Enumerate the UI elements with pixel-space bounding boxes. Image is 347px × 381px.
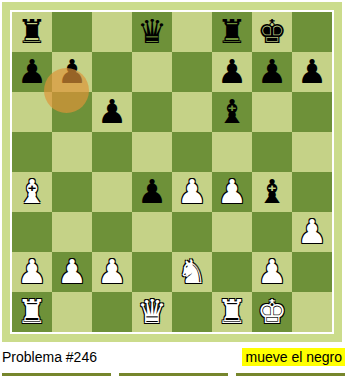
bottom-dividers: [0, 373, 347, 376]
square-h4[interactable]: [292, 172, 332, 212]
piece-white-rook[interactable]: ♜: [12, 292, 52, 332]
square-c8[interactable]: [92, 12, 132, 52]
piece-white-pawn[interactable]: ♟: [52, 252, 92, 292]
square-e3[interactable]: [172, 212, 212, 252]
chess-puzzle-page: ♜♛♜♚♟♟♟♟♟♟♝♝♟♟♟♝♟♟♟♟♞♟♜♛♜♚ Problema #246…: [0, 0, 347, 381]
piece-black-bishop[interactable]: ♝: [252, 172, 292, 212]
square-e6[interactable]: [172, 92, 212, 132]
square-h2[interactable]: [292, 252, 332, 292]
square-f8[interactable]: ♜: [212, 12, 252, 52]
square-b2[interactable]: ♟: [52, 252, 92, 292]
square-d2[interactable]: [132, 252, 172, 292]
piece-white-bishop[interactable]: ♝: [12, 172, 52, 212]
square-g8[interactable]: ♚: [252, 12, 292, 52]
square-a3[interactable]: [12, 212, 52, 252]
piece-white-pawn[interactable]: ♟: [92, 252, 132, 292]
square-e7[interactable]: [172, 52, 212, 92]
chess-board[interactable]: ♜♛♜♚♟♟♟♟♟♟♝♝♟♟♟♝♟♟♟♟♞♟♜♛♜♚: [10, 10, 334, 334]
square-c1[interactable]: [92, 292, 132, 332]
square-b6[interactable]: [52, 92, 92, 132]
square-e4[interactable]: ♟: [172, 172, 212, 212]
square-e5[interactable]: [172, 132, 212, 172]
piece-white-pawn[interactable]: ♟: [252, 252, 292, 292]
piece-black-pawn[interactable]: ♟: [252, 52, 292, 92]
divider-bar-3: [236, 373, 345, 376]
piece-black-pawn[interactable]: ♟: [12, 52, 52, 92]
square-h5[interactable]: [292, 132, 332, 172]
piece-black-pawn[interactable]: ♟: [92, 92, 132, 132]
board-frame: ♜♛♜♚♟♟♟♟♟♟♝♝♟♟♟♝♟♟♟♟♞♟♜♛♜♚: [2, 2, 342, 342]
piece-black-queen[interactable]: ♛: [132, 12, 172, 52]
square-c2[interactable]: ♟: [92, 252, 132, 292]
square-f7[interactable]: ♟: [212, 52, 252, 92]
square-g5[interactable]: [252, 132, 292, 172]
piece-white-pawn[interactable]: ♟: [212, 172, 252, 212]
piece-white-queen[interactable]: ♛: [132, 292, 172, 332]
square-f3[interactable]: [212, 212, 252, 252]
square-g4[interactable]: ♝: [252, 172, 292, 212]
square-f1[interactable]: ♜: [212, 292, 252, 332]
piece-black-pawn[interactable]: ♟: [132, 172, 172, 212]
square-f2[interactable]: [212, 252, 252, 292]
square-g2[interactable]: ♟: [252, 252, 292, 292]
square-h7[interactable]: ♟: [292, 52, 332, 92]
square-c6[interactable]: ♟: [92, 92, 132, 132]
square-h8[interactable]: [292, 12, 332, 52]
square-b8[interactable]: [52, 12, 92, 52]
square-d8[interactable]: ♛: [132, 12, 172, 52]
divider-bar-1: [2, 373, 111, 376]
square-b1[interactable]: [52, 292, 92, 332]
piece-white-pawn[interactable]: ♟: [292, 212, 332, 252]
piece-white-knight[interactable]: ♞: [172, 252, 212, 292]
square-f4[interactable]: ♟: [212, 172, 252, 212]
piece-white-pawn[interactable]: ♟: [172, 172, 212, 212]
piece-white-king[interactable]: ♚: [252, 292, 292, 332]
square-g7[interactable]: ♟: [252, 52, 292, 92]
piece-black-pawn[interactable]: ♟: [52, 52, 92, 92]
piece-black-pawn[interactable]: ♟: [212, 52, 252, 92]
square-a6[interactable]: [12, 92, 52, 132]
problem-label: Problema #246: [2, 349, 97, 365]
square-h6[interactable]: [292, 92, 332, 132]
square-b7[interactable]: ♟: [52, 52, 92, 92]
square-a4[interactable]: ♝: [12, 172, 52, 212]
piece-black-rook[interactable]: ♜: [212, 12, 252, 52]
piece-white-rook[interactable]: ♜: [212, 292, 252, 332]
square-d4[interactable]: ♟: [132, 172, 172, 212]
square-g1[interactable]: ♚: [252, 292, 292, 332]
square-b4[interactable]: [52, 172, 92, 212]
square-c3[interactable]: [92, 212, 132, 252]
square-f6[interactable]: ♝: [212, 92, 252, 132]
square-a1[interactable]: ♜: [12, 292, 52, 332]
caption-bar: Problema #246 mueve el negro: [0, 347, 347, 367]
square-d6[interactable]: [132, 92, 172, 132]
square-h1[interactable]: [292, 292, 332, 332]
piece-black-bishop[interactable]: ♝: [212, 92, 252, 132]
square-d3[interactable]: [132, 212, 172, 252]
square-e8[interactable]: [172, 12, 212, 52]
square-e1[interactable]: [172, 292, 212, 332]
square-g3[interactable]: [252, 212, 292, 252]
square-f5[interactable]: [212, 132, 252, 172]
divider-bar-2: [119, 373, 228, 376]
piece-black-king[interactable]: ♚: [252, 12, 292, 52]
square-g6[interactable]: [252, 92, 292, 132]
square-a7[interactable]: ♟: [12, 52, 52, 92]
square-a2[interactable]: ♟: [12, 252, 52, 292]
square-d7[interactable]: [132, 52, 172, 92]
square-b5[interactable]: [52, 132, 92, 172]
square-a8[interactable]: ♜: [12, 12, 52, 52]
square-c4[interactable]: [92, 172, 132, 212]
square-d5[interactable]: [132, 132, 172, 172]
piece-white-pawn[interactable]: ♟: [12, 252, 52, 292]
square-c5[interactable]: [92, 132, 132, 172]
square-b3[interactable]: [52, 212, 92, 252]
square-h3[interactable]: ♟: [292, 212, 332, 252]
square-e2[interactable]: ♞: [172, 252, 212, 292]
piece-black-rook[interactable]: ♜: [12, 12, 52, 52]
turn-indicator-badge: mueve el negro: [242, 348, 345, 366]
square-d1[interactable]: ♛: [132, 292, 172, 332]
square-c7[interactable]: [92, 52, 132, 92]
piece-black-pawn[interactable]: ♟: [292, 52, 332, 92]
square-a5[interactable]: [12, 132, 52, 172]
